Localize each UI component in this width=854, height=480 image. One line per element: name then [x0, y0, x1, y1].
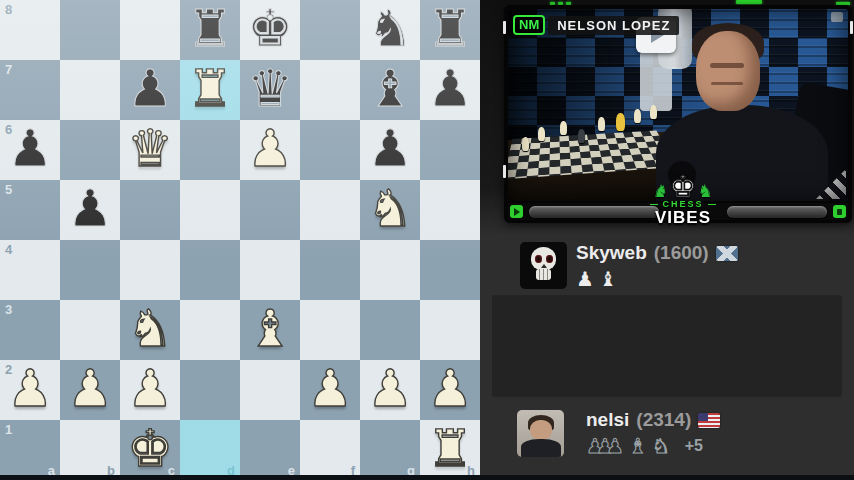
square-g3[interactable] [360, 300, 420, 360]
square-f7[interactable] [300, 60, 360, 120]
logo-text-vibes: VIBES [636, 209, 730, 226]
square-f6[interactable] [300, 120, 360, 180]
black-bishop-g7[interactable]: ♝ [360, 60, 420, 118]
green-lock-icon [833, 205, 846, 218]
rank-label-2: 2 [5, 363, 12, 376]
square-a6[interactable]: 6♟ [0, 120, 60, 180]
square-c3[interactable]: ♞ [120, 300, 180, 360]
square-e7[interactable]: ♛ [240, 60, 300, 120]
square-f3[interactable] [300, 300, 360, 360]
logo-knight-icon: ♞ [653, 180, 668, 202]
square-b2[interactable]: ♟ [60, 360, 120, 420]
square-d8[interactable]: ♜ [180, 0, 240, 60]
player-row-top: Skyweb (1600) ♟♝ [480, 240, 854, 292]
frame-tick [503, 21, 506, 34]
square-c6[interactable]: ♛ [120, 120, 180, 180]
square-h7[interactable]: ♟ [420, 60, 480, 120]
player-top-name[interactable]: Skyweb [576, 241, 647, 265]
square-a1[interactable]: 1a [0, 420, 60, 480]
white-rook-d7[interactable]: ♜ [180, 60, 240, 118]
overlay-pill-right [727, 206, 827, 218]
square-e5[interactable] [240, 180, 300, 240]
square-a4[interactable]: 4 [0, 240, 60, 300]
player-bottom-flag-icon [698, 413, 720, 428]
streamer-name-label: NELSON LOPEZ [548, 16, 679, 35]
square-a8[interactable]: 8 [0, 0, 60, 60]
square-h6[interactable] [420, 120, 480, 180]
square-d2[interactable] [180, 360, 240, 420]
player-bottom-captured-pieces: ♟♟♟♝♞+5 [586, 434, 720, 458]
square-b8[interactable] [60, 0, 120, 60]
player-bottom-name[interactable]: nelsi [586, 408, 629, 432]
square-e3[interactable]: ♝ [240, 300, 300, 360]
white-pawn-c2[interactable]: ♟ [120, 360, 180, 418]
rank-label-6: 6 [5, 123, 12, 136]
rank-label-7: 7 [5, 63, 12, 76]
square-e1[interactable]: e [240, 420, 300, 480]
captured-piece-glyph: ♝ [599, 267, 617, 291]
white-pawn-f2[interactable]: ♟ [300, 360, 360, 418]
player-top-captured-pieces: ♟♝ [576, 267, 738, 291]
square-c8[interactable] [120, 0, 180, 60]
white-pawn-g2[interactable]: ♟ [360, 360, 420, 418]
player-bottom-rating: (2314) [636, 408, 691, 432]
move-list-panel[interactable] [492, 295, 842, 397]
green-play-icon [510, 205, 523, 218]
white-bishop-e3[interactable]: ♝ [240, 300, 300, 358]
square-h3[interactable] [420, 300, 480, 360]
square-c1[interactable]: c♚ [120, 420, 180, 480]
white-knight-c3[interactable]: ♞ [120, 300, 180, 358]
player-bottom-info: nelsi (2314) ♟♟♟♝♞+5 [586, 408, 720, 458]
black-knight-g8[interactable]: ♞ [360, 0, 420, 58]
black-rook-h8[interactable]: ♜ [420, 0, 480, 58]
square-d3[interactable] [180, 300, 240, 360]
square-a2[interactable]: 2♟ [0, 360, 60, 420]
player-top-info: Skyweb (1600) ♟♝ [576, 241, 738, 291]
black-pawn-h7[interactable]: ♟ [420, 60, 480, 118]
captured-piece-glyph: ♝ [629, 434, 647, 458]
square-f4[interactable] [300, 240, 360, 300]
square-d6[interactable] [180, 120, 240, 180]
player-row-bottom: nelsi (2314) ♟♟♟♝♞+5 [480, 407, 854, 459]
square-e8[interactable]: ♚ [240, 0, 300, 60]
square-c5[interactable] [120, 180, 180, 240]
square-h8[interactable]: ♜ [420, 0, 480, 60]
chess-board[interactable]: 8♜♚♞♜7♟♜♛♝♟6♟♛♟♟5♟♞43♞♝2♟♟♟♟♟♟1abc♚defgh… [0, 0, 480, 480]
square-h2[interactable]: ♟ [420, 360, 480, 420]
square-b1[interactable]: b [60, 420, 120, 480]
square-e4[interactable] [240, 240, 300, 300]
rank-label-8: 8 [5, 3, 12, 16]
square-b7[interactable] [60, 60, 120, 120]
rank-label-3: 3 [5, 303, 12, 316]
white-pawn-h2[interactable]: ♟ [420, 360, 480, 418]
square-d4[interactable] [180, 240, 240, 300]
rank-label-4: 4 [5, 243, 12, 256]
rank-label-1: 1 [5, 423, 12, 436]
square-b4[interactable] [60, 240, 120, 300]
black-pawn-g6[interactable]: ♟ [360, 120, 420, 178]
square-e2[interactable] [240, 360, 300, 420]
square-b5[interactable]: ♟ [60, 180, 120, 240]
square-g5[interactable]: ♞ [360, 180, 420, 240]
square-b3[interactable] [60, 300, 120, 360]
webcam-zone: NM NELSON LOPEZ ♞ ♚ ♞ [480, 0, 854, 236]
square-g2[interactable]: ♟ [360, 360, 420, 420]
logo-pieces: ♞ ♚ ♞ [636, 170, 730, 202]
player-top-flag-icon [716, 246, 738, 261]
white-queen-c6[interactable]: ♛ [120, 120, 180, 178]
square-c2[interactable]: ♟ [120, 360, 180, 420]
black-queen-e7[interactable]: ♛ [240, 60, 300, 118]
rank-label-5: 5 [5, 183, 12, 196]
material-advantage: +5 [685, 437, 703, 455]
player-bottom-avatar[interactable] [517, 410, 564, 457]
square-c4[interactable] [120, 240, 180, 300]
square-a7[interactable]: 7 [0, 60, 60, 120]
nm-title-badge: NM [513, 15, 545, 35]
square-g6[interactable]: ♟ [360, 120, 420, 180]
captured-piece-glyph: ♞ [652, 434, 670, 458]
screen: 8♜♚♞♜7♟♜♛♝♟6♟♛♟♟5♟♞43♞♝2♟♟♟♟♟♟1abc♚defgh… [0, 0, 854, 480]
green-accent-dash [736, 0, 762, 4]
captured-piece-glyph: ♟ [576, 267, 594, 291]
black-pawn-c7[interactable]: ♟ [120, 60, 180, 118]
letterbox-strip [0, 475, 854, 480]
player-top-avatar[interactable] [520, 242, 567, 289]
frame-tick [850, 21, 853, 34]
square-a3[interactable]: 3 [0, 300, 60, 360]
square-e6[interactable]: ♟ [240, 120, 300, 180]
white-pawn-e6[interactable]: ♟ [240, 120, 300, 178]
white-knight-g5[interactable]: ♞ [360, 180, 420, 238]
square-f1[interactable]: f [300, 420, 360, 480]
square-b6[interactable] [60, 120, 120, 180]
black-king-e8[interactable]: ♚ [240, 0, 300, 58]
square-h5[interactable] [420, 180, 480, 240]
square-f5[interactable] [300, 180, 360, 240]
stream-panel: NM NELSON LOPEZ ♞ ♚ ♞ [480, 0, 854, 480]
square-d1[interactable]: d [180, 420, 240, 480]
square-h1[interactable]: h♜ [420, 420, 480, 480]
square-h4[interactable] [420, 240, 480, 300]
square-f8[interactable] [300, 0, 360, 60]
square-f2[interactable]: ♟ [300, 360, 360, 420]
streamer-name-tag: NM NELSON LOPEZ [513, 15, 679, 35]
square-d7[interactable]: ♜ [180, 60, 240, 120]
chessvibes-logo: ♞ ♚ ♞ CHESS VIBES [636, 170, 730, 226]
frame-tick [503, 165, 506, 178]
white-pawn-b2[interactable]: ♟ [60, 360, 120, 418]
square-g8[interactable]: ♞ [360, 0, 420, 60]
captured-piece-glyph: ♟ [606, 434, 624, 458]
square-g1[interactable]: g [360, 420, 420, 480]
square-d5[interactable] [180, 180, 240, 240]
logo-king-icon: ♚ [670, 172, 697, 202]
square-a5[interactable]: 5 [0, 180, 60, 240]
black-pawn-b5[interactable]: ♟ [60, 180, 120, 238]
square-c7[interactable]: ♟ [120, 60, 180, 120]
square-g7[interactable]: ♝ [360, 60, 420, 120]
black-rook-d8[interactable]: ♜ [180, 0, 240, 58]
square-g4[interactable] [360, 240, 420, 300]
player-top-rating: (1600) [654, 241, 709, 265]
